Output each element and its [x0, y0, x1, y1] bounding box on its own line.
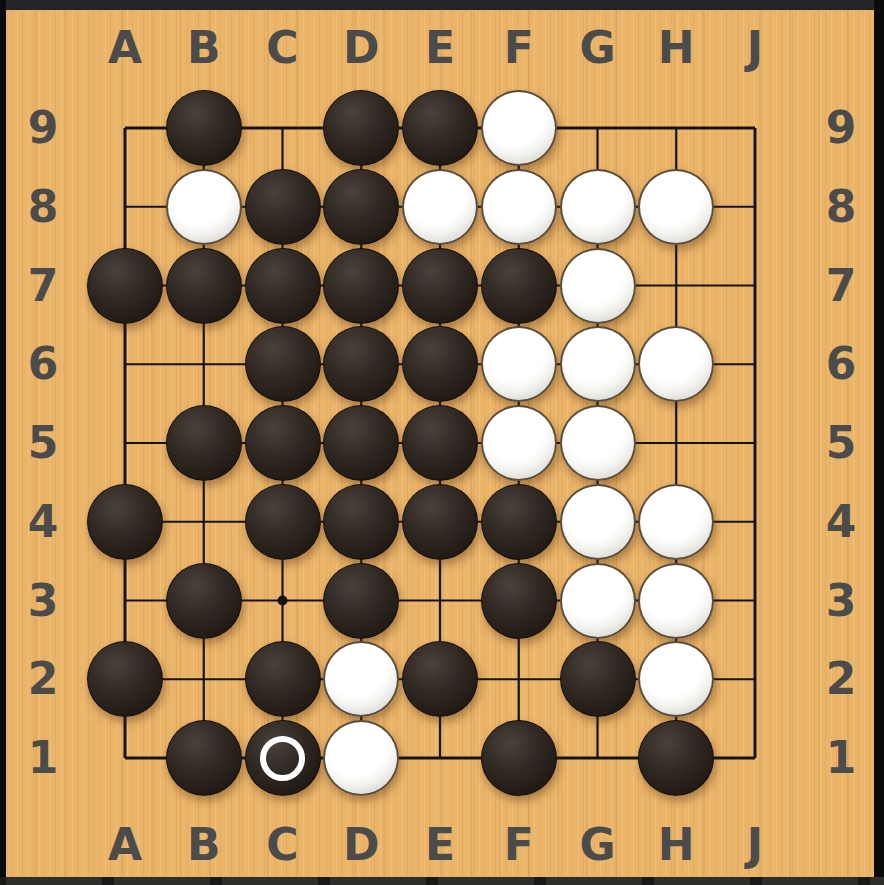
- intersection-E1[interactable]: [401, 719, 480, 798]
- stone-black-D4: ●: [323, 484, 399, 560]
- col-label-top-D: D: [322, 22, 401, 74]
- frame-edge-right: [874, 0, 884, 885]
- stone-black-C7: ●: [245, 248, 321, 324]
- intersection-D2[interactable]: ○: [322, 640, 401, 719]
- row-label-left-4: 4: [12, 482, 74, 561]
- intersection-B7[interactable]: ●: [164, 246, 243, 325]
- stone-white-F8: ○: [481, 169, 557, 245]
- stone-white-H6: ○: [638, 326, 714, 402]
- col-label-top-H: H: [637, 22, 716, 74]
- stone-black-E6: ●: [402, 326, 478, 402]
- intersection-G8[interactable]: ○: [558, 167, 637, 246]
- stone-white-G5: ○: [560, 405, 636, 481]
- stone-black-G2: ●: [560, 641, 636, 717]
- stone-white-H3: ○: [638, 563, 714, 639]
- intersection-H9[interactable]: [637, 89, 716, 168]
- stone-black-F4: ●: [481, 484, 557, 560]
- intersection-G7[interactable]: ○: [558, 246, 637, 325]
- col-label-bottom-D: D: [322, 819, 401, 871]
- intersection-H6[interactable]: ○: [637, 325, 716, 404]
- stone-black-C4: ●: [245, 484, 321, 560]
- col-label-top-B: B: [164, 22, 243, 74]
- intersection-C3[interactable]: [243, 561, 322, 640]
- intersection-B8[interactable]: ○: [164, 167, 243, 246]
- intersection-C9[interactable]: [243, 89, 322, 168]
- stone-white-G3: ○: [560, 563, 636, 639]
- stone-white-G7: ○: [560, 248, 636, 324]
- intersection-B2[interactable]: [164, 640, 243, 719]
- col-label-bottom-G: G: [558, 819, 637, 871]
- intersection-J9[interactable]: [716, 89, 795, 168]
- stone-black-C8: ●: [245, 169, 321, 245]
- intersection-E3[interactable]: [401, 561, 480, 640]
- stone-black-E5: ●: [402, 405, 478, 481]
- intersection-H1[interactable]: ●: [637, 719, 716, 798]
- intersection-F3[interactable]: ●: [479, 561, 558, 640]
- intersection-A2[interactable]: ●: [86, 640, 165, 719]
- intersection-E8[interactable]: ○: [401, 167, 480, 246]
- intersection-B4[interactable]: [164, 482, 243, 561]
- intersection-E2[interactable]: ●: [401, 640, 480, 719]
- row-label-left-8: 8: [12, 167, 74, 246]
- intersection-H4[interactable]: ○: [637, 482, 716, 561]
- intersection-F5[interactable]: ○: [479, 404, 558, 483]
- stone-black-A7: ●: [87, 248, 163, 324]
- row-labels-right: 987654321: [810, 89, 872, 798]
- stone-black-B9: ●: [166, 90, 242, 166]
- stone-black-F3: ●: [481, 563, 557, 639]
- stone-white-F6: ○: [481, 326, 557, 402]
- stone-black-D6: ●: [323, 326, 399, 402]
- intersection-D6[interactable]: ●: [322, 325, 401, 404]
- col-label-top-J: J: [716, 22, 795, 74]
- intersection-G2[interactable]: ●: [558, 640, 637, 719]
- intersection-G1[interactable]: [558, 719, 637, 798]
- stone-black-B3: ●: [166, 563, 242, 639]
- intersection-J5[interactable]: [716, 404, 795, 483]
- stone-white-B8: ○: [166, 169, 242, 245]
- board-intersections: ●●●○○●●○○○○●●●●●●○●●●○○○●●●●○○●●●●●○○●●●…: [86, 89, 795, 798]
- row-label-right-4: 4: [810, 482, 872, 561]
- column-labels-top: ABCDEFGHJ: [86, 22, 795, 74]
- row-label-left-6: 6: [12, 325, 74, 404]
- intersection-C5[interactable]: ●: [243, 404, 322, 483]
- intersection-D3[interactable]: ●: [322, 561, 401, 640]
- stone-black-C1: ●: [245, 720, 321, 796]
- intersection-F7[interactable]: ●: [479, 246, 558, 325]
- go-app-screenshot: ABCDEFGHJ ABCDEFGHJ 987654321 987654321 …: [0, 0, 884, 885]
- stone-white-D1: ○: [323, 720, 399, 796]
- intersection-F9[interactable]: ○: [479, 89, 558, 168]
- row-label-right-1: 1: [810, 719, 872, 798]
- stone-white-H4: ○: [638, 484, 714, 560]
- column-labels-bottom: ABCDEFGHJ: [86, 819, 795, 871]
- row-label-right-5: 5: [810, 404, 872, 483]
- intersection-F6[interactable]: ○: [479, 325, 558, 404]
- stone-black-B1: ●: [166, 720, 242, 796]
- stone-black-A2: ●: [87, 641, 163, 717]
- col-label-bottom-B: B: [164, 819, 243, 871]
- intersection-F1[interactable]: ●: [479, 719, 558, 798]
- row-label-left-9: 9: [12, 89, 74, 168]
- stone-black-E7: ●: [402, 248, 478, 324]
- col-label-bottom-E: E: [401, 819, 480, 871]
- intersection-D7[interactable]: ●: [322, 246, 401, 325]
- stone-black-D9: ●: [323, 90, 399, 166]
- row-labels-left: 987654321: [12, 89, 74, 798]
- row-label-right-2: 2: [810, 640, 872, 719]
- intersection-D9[interactable]: ●: [322, 89, 401, 168]
- intersection-H5[interactable]: [637, 404, 716, 483]
- stone-white-G4: ○: [560, 484, 636, 560]
- intersection-F4[interactable]: ●: [479, 482, 558, 561]
- stone-white-H2: ○: [638, 641, 714, 717]
- intersection-B3[interactable]: ●: [164, 561, 243, 640]
- stone-white-H8: ○: [638, 169, 714, 245]
- intersection-J1[interactable]: [716, 719, 795, 798]
- intersection-D4[interactable]: ●: [322, 482, 401, 561]
- col-label-bottom-F: F: [479, 819, 558, 871]
- intersection-H8[interactable]: ○: [637, 167, 716, 246]
- stone-black-D7: ●: [323, 248, 399, 324]
- intersection-C8[interactable]: ●: [243, 167, 322, 246]
- intersection-G9[interactable]: [558, 89, 637, 168]
- intersection-E4[interactable]: ●: [401, 482, 480, 561]
- row-label-right-7: 7: [810, 246, 872, 325]
- intersection-H2[interactable]: ○: [637, 640, 716, 719]
- intersection-G5[interactable]: ○: [558, 404, 637, 483]
- stone-black-E9: ●: [402, 90, 478, 166]
- intersection-G6[interactable]: ○: [558, 325, 637, 404]
- stone-white-E8: ○: [402, 169, 478, 245]
- row-label-right-3: 3: [810, 561, 872, 640]
- stone-black-H1: ●: [638, 720, 714, 796]
- stone-black-D3: ●: [323, 563, 399, 639]
- intersection-J3[interactable]: [716, 561, 795, 640]
- stone-black-E2: ●: [402, 641, 478, 717]
- col-label-top-F: F: [479, 22, 558, 74]
- stone-black-E4: ●: [402, 484, 478, 560]
- intersection-H7[interactable]: [637, 246, 716, 325]
- intersection-G3[interactable]: ○: [558, 561, 637, 640]
- row-label-left-3: 3: [12, 561, 74, 640]
- intersection-B9[interactable]: ●: [164, 89, 243, 168]
- intersection-J7[interactable]: [716, 246, 795, 325]
- intersection-B5[interactable]: ●: [164, 404, 243, 483]
- stone-black-D5: ●: [323, 405, 399, 481]
- intersection-F2[interactable]: [479, 640, 558, 719]
- col-label-bottom-C: C: [243, 819, 322, 871]
- stone-black-C2: ●: [245, 641, 321, 717]
- intersection-B1[interactable]: ●: [164, 719, 243, 798]
- row-label-right-9: 9: [810, 89, 872, 168]
- intersection-A3[interactable]: [86, 561, 165, 640]
- row-label-left-7: 7: [12, 246, 74, 325]
- stone-white-G6: ○: [560, 326, 636, 402]
- stone-white-F5: ○: [481, 405, 557, 481]
- stone-black-C6: ●: [245, 326, 321, 402]
- intersection-A5[interactable]: [86, 404, 165, 483]
- intersection-J8[interactable]: [716, 167, 795, 246]
- col-label-top-C: C: [243, 22, 322, 74]
- frame-edge-bottom: [0, 877, 884, 885]
- col-label-bottom-A: A: [86, 819, 165, 871]
- intersection-D1[interactable]: ○: [322, 719, 401, 798]
- intersection-C7[interactable]: ●: [243, 246, 322, 325]
- row-label-left-2: 2: [12, 640, 74, 719]
- intersection-A1[interactable]: [86, 719, 165, 798]
- intersection-C2[interactable]: ●: [243, 640, 322, 719]
- stone-black-B5: ●: [166, 405, 242, 481]
- stone-white-F9: ○: [481, 90, 557, 166]
- col-label-top-E: E: [401, 22, 480, 74]
- intersection-J4[interactable]: [716, 482, 795, 561]
- frame-edge-left: [0, 0, 6, 885]
- intersection-H3[interactable]: ○: [637, 561, 716, 640]
- stone-black-F1: ●: [481, 720, 557, 796]
- stone-white-G8: ○: [560, 169, 636, 245]
- intersection-C4[interactable]: ●: [243, 482, 322, 561]
- stone-black-D8: ●: [323, 169, 399, 245]
- intersection-A4[interactable]: ●: [86, 482, 165, 561]
- col-label-top-G: G: [558, 22, 637, 74]
- col-label-bottom-H: H: [637, 819, 716, 871]
- row-label-right-6: 6: [810, 325, 872, 404]
- intersection-E6[interactable]: ●: [401, 325, 480, 404]
- intersection-A6[interactable]: [86, 325, 165, 404]
- stone-black-C5: ●: [245, 405, 321, 481]
- intersection-E9[interactable]: ●: [401, 89, 480, 168]
- intersection-D8[interactable]: ●: [322, 167, 401, 246]
- stone-black-F7: ●: [481, 248, 557, 324]
- stone-white-D2: ○: [323, 641, 399, 717]
- row-label-left-1: 1: [12, 719, 74, 798]
- intersection-D5[interactable]: ●: [322, 404, 401, 483]
- intersection-A9[interactable]: [86, 89, 165, 168]
- intersection-E7[interactable]: ●: [401, 246, 480, 325]
- stone-black-B7: ●: [166, 248, 242, 324]
- col-label-top-A: A: [86, 22, 165, 74]
- intersection-J2[interactable]: [716, 640, 795, 719]
- intersection-C6[interactable]: ●: [243, 325, 322, 404]
- col-label-bottom-J: J: [716, 819, 795, 871]
- intersection-C1[interactable]: ●: [243, 719, 322, 798]
- intersection-A7[interactable]: ●: [86, 246, 165, 325]
- last-move-marker: [260, 736, 305, 781]
- intersection-J6[interactable]: [716, 325, 795, 404]
- intersection-E5[interactable]: ●: [401, 404, 480, 483]
- row-label-right-8: 8: [810, 167, 872, 246]
- intersection-G4[interactable]: ○: [558, 482, 637, 561]
- stone-black-A4: ●: [87, 484, 163, 560]
- intersection-B6[interactable]: [164, 325, 243, 404]
- intersection-A8[interactable]: [86, 167, 165, 246]
- row-label-left-5: 5: [12, 404, 74, 483]
- intersection-F8[interactable]: ○: [479, 167, 558, 246]
